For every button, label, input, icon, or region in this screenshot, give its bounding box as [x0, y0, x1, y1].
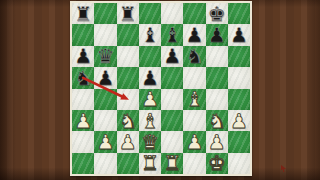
piece-white-knight: ♞	[208, 111, 226, 131]
square-g1[interactable]: ♚	[206, 153, 228, 174]
square-b4[interactable]	[94, 89, 116, 110]
square-d4[interactable]: ♟	[139, 89, 161, 110]
square-e7[interactable]: ♝	[161, 24, 183, 45]
square-c2[interactable]: ♟	[117, 131, 139, 152]
square-h4[interactable]	[228, 89, 250, 110]
piece-black-knight: ♞	[185, 46, 203, 66]
square-e5[interactable]	[161, 67, 183, 88]
square-b8[interactable]	[94, 3, 116, 24]
square-a5[interactable]: ♞	[72, 67, 94, 88]
square-d6[interactable]	[139, 46, 161, 67]
square-h7[interactable]: ♟	[228, 24, 250, 45]
square-g4[interactable]	[206, 89, 228, 110]
piece-black-pawn: ♟	[96, 68, 114, 88]
square-e6[interactable]: ♟	[161, 46, 183, 67]
piece-black-pawn: ♟	[230, 25, 248, 45]
square-h2[interactable]	[228, 131, 250, 152]
square-c1[interactable]	[117, 153, 139, 174]
square-d7[interactable]: ♝	[139, 24, 161, 45]
piece-black-knight: ♞	[74, 68, 92, 88]
square-d1[interactable]: ♜	[139, 153, 161, 174]
piece-black-bishop: ♝	[141, 25, 159, 45]
square-g7[interactable]: ♟	[206, 24, 228, 45]
square-g3[interactable]: ♞	[206, 110, 228, 131]
square-e3[interactable]	[161, 110, 183, 131]
piece-black-pawn: ♟	[74, 46, 92, 66]
square-g8[interactable]: ♚	[206, 3, 228, 24]
square-f7[interactable]: ♟	[183, 24, 205, 45]
square-b2[interactable]: ♟	[94, 131, 116, 152]
piece-white-rook: ♜	[163, 153, 181, 173]
square-d3[interactable]: ♝	[139, 110, 161, 131]
piece-white-king: ♚	[208, 153, 226, 173]
square-g6[interactable]	[206, 46, 228, 67]
square-a6[interactable]: ♟	[72, 46, 94, 67]
square-h1[interactable]	[228, 153, 250, 174]
piece-black-pawn: ♟	[141, 68, 159, 88]
chess-board: ♜♜♚♝♝♟♟♟♟♛♟♞♞♟♟♟♝♟♞♝♞♟♟♟♛♟♟♜♜♚	[70, 1, 252, 176]
square-d5[interactable]: ♟	[139, 67, 161, 88]
piece-white-pawn: ♟	[230, 111, 248, 131]
piece-black-rook: ♜	[74, 4, 92, 24]
piece-black-bishop: ♝	[163, 25, 181, 45]
square-d2[interactable]: ♛	[139, 131, 161, 152]
square-a2[interactable]	[72, 131, 94, 152]
piece-white-bishop: ♝	[185, 89, 203, 109]
square-h6[interactable]	[228, 46, 250, 67]
square-b3[interactable]	[94, 110, 116, 131]
piece-white-bishop: ♝	[141, 111, 159, 131]
piece-white-pawn: ♟	[141, 89, 159, 109]
square-c4[interactable]	[117, 89, 139, 110]
square-f5[interactable]	[183, 67, 205, 88]
piece-white-pawn: ♟	[208, 132, 226, 152]
square-a7[interactable]	[72, 24, 94, 45]
board-squares: ♜♜♚♝♝♟♟♟♟♛♟♞♞♟♟♟♝♟♞♝♞♟♟♟♛♟♟♜♜♚	[72, 3, 250, 174]
square-a8[interactable]: ♜	[72, 3, 94, 24]
square-e1[interactable]: ♜	[161, 153, 183, 174]
square-h8[interactable]	[228, 3, 250, 24]
piece-white-pawn: ♟	[96, 132, 114, 152]
square-e4[interactable]	[161, 89, 183, 110]
square-b5[interactable]: ♟	[94, 67, 116, 88]
square-d8[interactable]	[139, 3, 161, 24]
square-h3[interactable]: ♟	[228, 110, 250, 131]
piece-white-queen: ♛	[141, 132, 159, 152]
square-f8[interactable]	[183, 3, 205, 24]
piece-black-king: ♚	[208, 4, 226, 24]
piece-white-rook: ♜	[141, 153, 159, 173]
square-c3[interactable]: ♞	[117, 110, 139, 131]
piece-black-pawn: ♟	[163, 46, 181, 66]
square-f6[interactable]: ♞	[183, 46, 205, 67]
piece-white-pawn: ♟	[119, 132, 137, 152]
piece-white-pawn: ♟	[185, 132, 203, 152]
cursor-icon	[281, 165, 286, 172]
square-a1[interactable]	[72, 153, 94, 174]
square-f3[interactable]	[183, 110, 205, 131]
square-c8[interactable]: ♜	[117, 3, 139, 24]
piece-black-rook: ♜	[119, 4, 137, 24]
square-b7[interactable]	[94, 24, 116, 45]
piece-black-pawn: ♟	[208, 25, 226, 45]
square-a3[interactable]: ♟	[72, 110, 94, 131]
piece-white-knight: ♞	[119, 111, 137, 131]
square-g5[interactable]	[206, 67, 228, 88]
square-a4[interactable]	[72, 89, 94, 110]
square-c7[interactable]	[117, 24, 139, 45]
piece-white-pawn: ♟	[74, 111, 92, 131]
square-b1[interactable]	[94, 153, 116, 174]
square-f4[interactable]: ♝	[183, 89, 205, 110]
square-e8[interactable]	[161, 3, 183, 24]
square-b6[interactable]: ♛	[94, 46, 116, 67]
video-frame: ♜♜♚♝♝♟♟♟♟♛♟♞♞♟♟♟♝♟♞♝♞♟♟♟♛♟♟♜♜♚	[0, 0, 320, 180]
square-c6[interactable]	[117, 46, 139, 67]
piece-black-queen: ♛	[96, 46, 114, 66]
piece-black-pawn: ♟	[185, 25, 203, 45]
square-g2[interactable]: ♟	[206, 131, 228, 152]
square-h5[interactable]	[228, 67, 250, 88]
square-f1[interactable]	[183, 153, 205, 174]
square-f2[interactable]: ♟	[183, 131, 205, 152]
square-c5[interactable]	[117, 67, 139, 88]
square-e2[interactable]	[161, 131, 183, 152]
